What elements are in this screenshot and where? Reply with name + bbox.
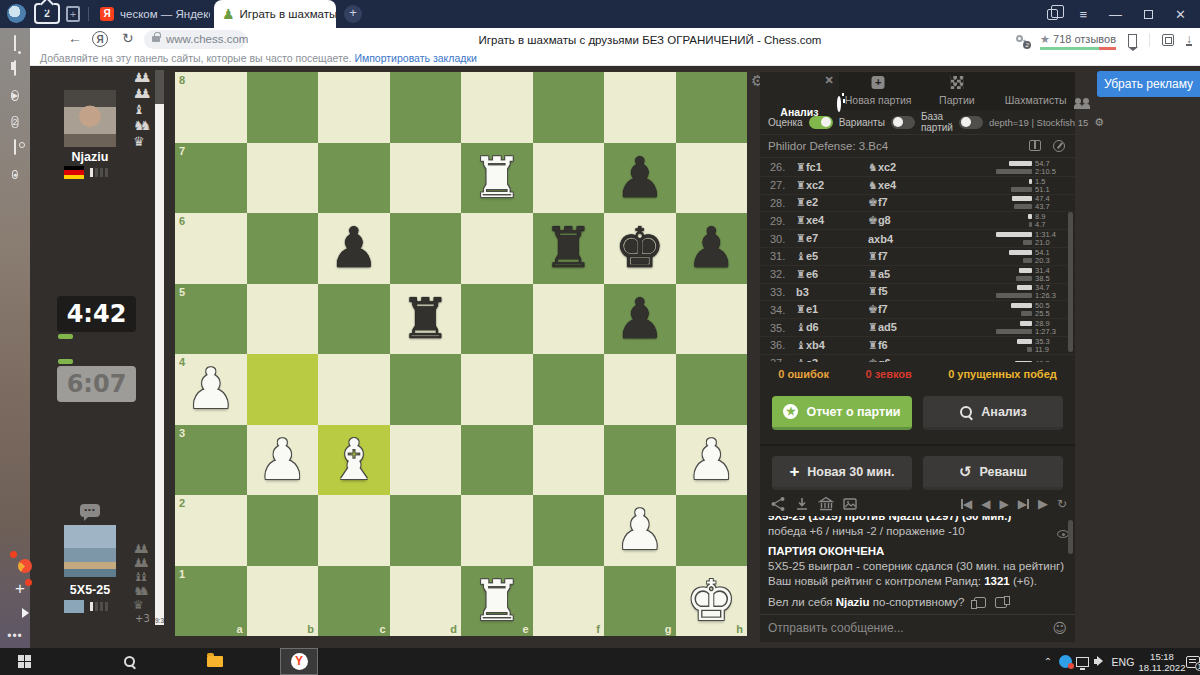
square-c3[interactable]: ♝ — [318, 425, 390, 496]
file-label-c: c — [379, 623, 385, 635]
move-times: 50.525.5 — [989, 302, 1061, 318]
move-list[interactable]: 26.♜fc1♞xc254.72:10.527.♜xc2♞xe41.551.12… — [760, 159, 1075, 362]
browser-toolbar: ← Я ↻ www.chess.com Играть в шахматы с д… — [30, 28, 1200, 52]
scrollbar-thumb[interactable] — [155, 70, 164, 104]
language-indicator[interactable]: ENG — [1108, 648, 1138, 675]
move-row-31[interactable]: 31.♝e5♜f754.120.3 — [760, 248, 1075, 266]
player-name-bottom[interactable]: 5X5-25 — [30, 583, 150, 597]
square-c7[interactable] — [318, 143, 390, 214]
screen: 2 + Я ческом — Яндекс: нашло ♟ Играть в … — [0, 0, 1200, 675]
square-f7[interactable] — [533, 143, 605, 214]
panel-tabs: Анализ ✕ + Новая партия Партии Шахматист… — [760, 72, 1075, 110]
black-pawn-c6[interactable]: ♟ — [318, 213, 390, 284]
square-a5[interactable]: 5 — [175, 284, 247, 355]
chat-scrollbar[interactable] — [1068, 520, 1073, 554]
move-list-scrollbar[interactable] — [1068, 212, 1073, 352]
white-move[interactable]: ♜e6 — [796, 268, 868, 281]
clock-white: 6:07 — [57, 366, 136, 402]
divider — [1149, 33, 1150, 47]
stat-ошибок: 0 ошибок — [778, 368, 829, 380]
square-b2[interactable] — [247, 495, 319, 566]
white-move[interactable]: ♜e7 — [796, 232, 868, 245]
move-times: 47.443.7 — [989, 195, 1061, 211]
tab-analysis[interactable]: Анализ ✕ — [760, 72, 839, 110]
notifications-bell-icon[interactable] — [14, 36, 16, 50]
move-number: 36. — [770, 339, 796, 351]
rematch-icon: ↺ — [959, 463, 972, 481]
clock-indicator-top — [58, 334, 73, 339]
tab-games[interactable]: Партии — [918, 72, 997, 110]
tab-yandex-search[interactable]: Я ческом — Яндекс: нашло — [92, 0, 210, 28]
square-f4[interactable] — [533, 354, 605, 425]
star-icon: ★ — [1040, 33, 1050, 45]
stat-упущенных: 0 упущенных побед — [948, 368, 1057, 380]
move-number: 31. — [770, 250, 796, 262]
tab-chesscom[interactable]: ♟ Играть в шахматы с др ✕ — [214, 0, 336, 28]
bookmarks-bar: Добавляйте на эту панель сайты, которые … — [30, 52, 1200, 66]
square-g8[interactable] — [604, 72, 676, 143]
white-pawn-g2[interactable]: ♟ — [604, 495, 676, 566]
white-move[interactable]: ♝xb4 — [796, 339, 868, 352]
black-move[interactable]: axb4 — [868, 233, 940, 245]
black-pawn-h6[interactable]: ♟ — [676, 213, 748, 284]
game-result: ​5X5-25 выиграл - соперник сдался (30 ми… — [768, 559, 1067, 574]
tab-new-game[interactable]: + Новая партия — [839, 72, 918, 110]
square-e1[interactable]: e♜ — [461, 566, 533, 637]
square-c8[interactable] — [318, 72, 390, 143]
white-pawn-h3[interactable]: ♟ — [676, 425, 748, 496]
clock-black: 4:42 — [57, 296, 136, 332]
white-move[interactable]: ♜xc2 — [796, 179, 868, 192]
sportsmanship-question: Вел ли себя Njaziu по-спортивному? — [768, 595, 1067, 610]
tab-counter-icon[interactable]: 2 — [11, 114, 18, 128]
square-b5[interactable] — [247, 284, 319, 355]
square-d4[interactable] — [390, 354, 462, 425]
move-row-33[interactable]: 33.b3♜f534.71:26.3 — [760, 284, 1075, 302]
move-row-36[interactable]: 36.♝xb4♜f635.311.9 — [760, 337, 1075, 355]
square-c2[interactable] — [318, 495, 390, 566]
square-c5[interactable] — [318, 284, 390, 355]
games-grid-icon — [950, 76, 963, 89]
square-h6[interactable]: ♟ — [676, 213, 748, 284]
black-move[interactable]: ♞xe4 — [868, 179, 940, 192]
white-rook-e7[interactable]: ♜ — [461, 143, 533, 214]
jump-to-start-button[interactable]: ◀ — [961, 497, 972, 511]
move-times: 28.91:27.3 — [989, 320, 1061, 336]
file-explorer-icon[interactable] — [195, 648, 235, 675]
engine-info: depth=19 | Stockfish 15 — [989, 117, 1088, 128]
black-move[interactable]: ♜a5 — [868, 268, 940, 281]
yandex-button[interactable]: Я — [92, 31, 108, 47]
toggle-label-lines: Варианты — [839, 117, 885, 128]
next-move-button[interactable]: ▶ — [999, 497, 1008, 511]
file-label-g: g — [665, 623, 672, 635]
avatar-njaziu[interactable] — [64, 90, 116, 147]
screenshot-camera-icon[interactable] — [14, 140, 16, 154]
close-window-button[interactable]: ✕ — [1175, 7, 1186, 22]
taskbar-clock[interactable]: 15:1818.11.2022 — [1136, 648, 1188, 675]
flip-board-button[interactable]: ↻ — [1057, 497, 1067, 511]
tab-players[interactable]: Шахматисты — [996, 72, 1075, 110]
square-b3[interactable]: ♟ — [247, 425, 319, 496]
square-e3[interactable] — [461, 425, 533, 496]
browser-profile-avatar[interactable] — [7, 4, 26, 23]
jump-to-end-button[interactable]: ▶ — [1018, 497, 1029, 511]
move-times: 31.438.5 — [989, 266, 1061, 282]
black-move[interactable]: ♜f6 — [868, 339, 940, 352]
browser-tabstrip: 2 + Я ческом — Яндекс: нашло ♟ Играть в … — [0, 0, 1200, 28]
explorer-compass-icon[interactable] — [1053, 140, 1065, 152]
move-row-30[interactable]: 30.♜e7axb41:31.421.0 — [760, 230, 1075, 248]
square-g7[interactable]: ♟ — [604, 143, 676, 214]
site-reviews[interactable]: ★ 718 отзывов — [1040, 33, 1116, 48]
remove-ads-button[interactable]: Убрать рекламу — [1097, 71, 1200, 97]
toggle-database[interactable] — [959, 116, 983, 129]
move-row-29[interactable]: 29.♜xe4♚g88.94.7 — [760, 212, 1075, 230]
square-d8[interactable] — [390, 72, 462, 143]
white-move[interactable]: ♝e5 — [796, 250, 868, 263]
move-row-37[interactable]: 37.♝c3♚g640.3 — [760, 355, 1075, 362]
new-tab-button[interactable]: + — [344, 5, 362, 23]
scroll-position-label: 9:3 — [155, 617, 164, 624]
rank-label-8: 8 — [179, 74, 185, 86]
square-a8[interactable]: 8 — [175, 72, 247, 143]
move-number: 28. — [770, 197, 796, 209]
square-f8[interactable] — [533, 72, 605, 143]
new-tab-page-icon[interactable]: + — [66, 6, 80, 22]
black-move[interactable]: ♞xc2 — [868, 161, 940, 174]
stat-зевков: 0 зевков — [866, 368, 912, 380]
home-button[interactable]: 2 — [34, 3, 60, 24]
file-label-a: a — [236, 623, 242, 635]
white-move[interactable]: ♝c3 — [796, 357, 868, 362]
move-times: 54.120.3 — [989, 248, 1061, 264]
chat-bubble-icon[interactable]: ••• — [80, 504, 100, 517]
new-game-button[interactable]: + Новая 30 мин. — [772, 456, 912, 490]
rank-label-3: 3 — [179, 427, 185, 439]
black-king-g6[interactable]: ♚ — [604, 213, 676, 284]
move-number: 27. — [770, 179, 796, 191]
connection-bars-top — [90, 168, 108, 177]
toggle-eval[interactable] — [809, 116, 833, 129]
volume-icon[interactable] — [1090, 648, 1110, 675]
previous-move-button[interactable]: ◀ — [981, 497, 990, 511]
rank-label-7: 7 — [179, 145, 185, 157]
thumbs-down-icon[interactable] — [995, 597, 1007, 608]
white-move[interactable]: ♜xe4 — [796, 214, 868, 227]
toggle-label-database: База партий — [921, 111, 953, 133]
square-f3[interactable] — [533, 425, 605, 496]
taskbar-search-icon[interactable] — [110, 648, 150, 675]
square-h2[interactable] — [676, 495, 748, 566]
square-a7[interactable]: 7 — [175, 143, 247, 214]
move-times: 40.3 — [989, 359, 1061, 362]
square-g2[interactable]: ♟ — [604, 495, 676, 566]
square-f1[interactable]: f — [533, 566, 605, 637]
yandex-favicon: Я — [100, 7, 114, 21]
square-c1[interactable]: c — [318, 566, 390, 637]
start-button[interactable] — [0, 648, 48, 675]
rank-label-6: 6 — [179, 215, 185, 227]
square-b7[interactable] — [247, 143, 319, 214]
sidebar-more-icon[interactable]: ••• — [7, 629, 23, 643]
square-h7[interactable] — [676, 143, 748, 214]
square-e7[interactable]: ♜ — [461, 143, 533, 214]
divider — [760, 444, 1075, 446]
lock-icon — [152, 36, 160, 42]
star-icon: ★ — [783, 404, 798, 419]
move-number: 30. — [770, 233, 796, 245]
home-icon — [40, 0, 54, 11]
file-label-f: f — [596, 623, 600, 635]
square-f5[interactable] — [533, 284, 605, 355]
square-f2[interactable] — [533, 495, 605, 566]
square-a3[interactable]: 3 — [175, 425, 247, 496]
plus-icon: + — [789, 462, 799, 482]
game-report-button[interactable]: ★ Отчет о партии — [772, 396, 912, 430]
move-number: 35. — [770, 322, 796, 334]
white-move[interactable]: ♜e1 — [796, 303, 868, 316]
opening-name-row[interactable]: Philidor Defense: 3.Bc4 — [760, 134, 1075, 158]
white-bishop-c3[interactable]: ♝ — [318, 425, 390, 496]
white-king-h1[interactable]: ♚ — [676, 566, 748, 637]
bookmarks-hint: Добавляйте на эту панель сайты, которые … — [40, 52, 351, 64]
move-times: 54.72:10.5 — [989, 159, 1061, 175]
windows-taskbar: Y ⌃ ENG 15:1818.11.2022 1 — [0, 648, 1200, 675]
black-rook-d5[interactable]: ♜ — [390, 284, 462, 355]
square-e8[interactable] — [461, 72, 533, 143]
move-row-28[interactable]: 28.♜e2♚f747.443.7 — [760, 195, 1075, 213]
move-times: 1:31.421.0 — [989, 231, 1061, 247]
white-move[interactable]: ♜fc1 — [796, 161, 868, 174]
sidebar-add-icon[interactable]: + — [15, 579, 25, 598]
downloads-icon[interactable]: ↓ — [1186, 34, 1192, 46]
shared-tabs-icon[interactable] — [1047, 9, 1058, 20]
square-c6[interactable]: ♟ — [318, 213, 390, 284]
chat-game-header: 5X5-25 (1315) против Njaziu (1297) (30 м… — [768, 516, 1067, 524]
black-pawn-g5[interactable]: ♟ — [604, 284, 676, 355]
square-h4[interactable] — [676, 354, 748, 425]
share-row: ◀ ◀ ▶ ▶ ▶ ↻ — [760, 496, 1075, 514]
minimize-button[interactable]: — — [1109, 7, 1122, 22]
close-panel-icon[interactable]: ✕ — [825, 74, 834, 87]
square-b6[interactable] — [247, 213, 319, 284]
download-pgn-icon[interactable] — [794, 496, 810, 512]
white-move[interactable]: ♜e2 — [796, 196, 868, 209]
square-a2[interactable]: 2 — [175, 495, 247, 566]
history-icon[interactable]: ● — [12, 166, 18, 181]
avatar-5x5-25[interactable] — [64, 525, 116, 577]
game-stats: 0 ошибок0 зевков0 упущенных побед — [760, 368, 1075, 380]
bookmark-icon[interactable] — [1128, 34, 1137, 47]
square-a1[interactable]: 1a — [175, 566, 247, 637]
square-h8[interactable] — [676, 72, 748, 143]
collections-icon[interactable] — [1162, 34, 1174, 46]
page-scrollbar[interactable]: 9:3 — [155, 70, 164, 625]
square-g1[interactable]: g — [604, 566, 676, 637]
move-number: 33. — [770, 286, 796, 298]
game-over-title: ПАРТИЯ ОКОНЧЕНА — [768, 544, 1067, 559]
black-move[interactable]: ♜f7 — [868, 250, 940, 263]
protect-passwords-icon[interactable]: 2 — [1016, 34, 1028, 46]
move-number: 32. — [770, 268, 796, 280]
chess-board[interactable]: 87♜♟6♟♜♚♟5♜♟4♟3♟♝♟2♟1abcde♜fgh♚ — [175, 72, 747, 636]
plus-square-icon: + — [872, 76, 885, 89]
white-pawn-a4[interactable]: ♟ — [175, 354, 247, 425]
square-b4[interactable] — [247, 354, 319, 425]
square-e2[interactable] — [461, 495, 533, 566]
browser-menu-icon[interactable]: ≡ — [1080, 7, 1088, 22]
move-number: 37. — [770, 357, 796, 362]
square-h1[interactable]: h♚ — [676, 566, 748, 637]
square-d3[interactable] — [390, 425, 462, 496]
square-d1[interactable]: d — [390, 566, 462, 637]
address-bar[interactable]: www.chess.com — [144, 30, 246, 49]
yandex-sidebar: ▶ 2 ● + ••• — [0, 28, 30, 648]
analysis-panel: Анализ ✕ + Новая партия Партии Шахматист… — [760, 72, 1075, 642]
move-number: 34. — [770, 304, 796, 316]
new-rating: Ваш новый рейтинг с контролем Рапид: 132… — [768, 574, 1067, 589]
square-e4[interactable] — [461, 354, 533, 425]
white-pawn-b3[interactable]: ♟ — [247, 425, 319, 496]
autoplay-button[interactable]: ▶ — [1038, 496, 1048, 511]
toggle-label-eval: Оценка — [768, 117, 803, 128]
back-button[interactable]: ← — [68, 30, 82, 46]
refresh-button[interactable]: ↻ — [122, 30, 134, 46]
move-row-32[interactable]: 32.♜e6♜a531.438.5 — [760, 266, 1075, 284]
square-b8[interactable] — [247, 72, 319, 143]
chat-area: 5X5-25 (1315) против Njaziu (1297) (30 м… — [760, 516, 1075, 612]
white-move[interactable]: b3 — [796, 286, 868, 298]
image-export-icon[interactable] — [842, 496, 858, 512]
emoji-smiley-icon[interactable]: ☺ — [1052, 615, 1067, 642]
connection-bars-bottom — [90, 602, 108, 611]
square-e6[interactable] — [461, 213, 533, 284]
square-c4[interactable] — [318, 354, 390, 425]
restore-button[interactable] — [1144, 10, 1153, 19]
square-h3[interactable]: ♟ — [676, 425, 748, 496]
square-d6[interactable] — [390, 213, 462, 284]
square-d2[interactable] — [390, 495, 462, 566]
square-b1[interactable]: b — [247, 566, 319, 637]
engine-settings-gear-icon[interactable]: ⚙ — [1094, 116, 1104, 129]
move-number: 26. — [770, 161, 796, 173]
black-move[interactable]: ♚g6 — [868, 357, 940, 362]
opening-book-icon[interactable] — [1029, 140, 1041, 151]
import-bookmarks-link[interactable]: Импортировать закладки — [354, 52, 476, 64]
play-video-icon[interactable]: ▶ — [11, 87, 19, 102]
flag-icon-bottom — [64, 600, 84, 613]
move-row-26[interactable]: 26.♜fc1♞xc254.72:10.5 — [760, 159, 1075, 177]
square-g5[interactable]: ♟ — [604, 284, 676, 355]
chesscom-page: 87♜♟6♟♜♚♟5♜♟4♟3♟♝♟2♟1abcde♜fgh♚ ⚙ Njaziu… — [0, 66, 1200, 648]
rank-label-5: 5 — [179, 286, 185, 298]
square-a4[interactable]: 4♟ — [175, 354, 247, 425]
move-row-34[interactable]: 34.♜e1♚f750.525.5 — [760, 301, 1075, 319]
player-name-top[interactable]: Njaziu — [30, 150, 150, 164]
rematch-button[interactable]: ↺ Реванш — [923, 456, 1063, 490]
black-move[interactable]: ♚g8 — [868, 214, 940, 227]
square-e5[interactable] — [461, 284, 533, 355]
move-row-27[interactable]: 27.♜xc2♞xe41.551.1 — [760, 177, 1075, 195]
network-icon[interactable] — [1072, 648, 1092, 675]
rank-label-1: 1 — [179, 568, 185, 580]
white-move[interactable]: ♝d6 — [796, 321, 868, 334]
square-g4[interactable] — [604, 354, 676, 425]
analysis-button[interactable]: Анализ — [923, 396, 1063, 430]
library-icon[interactable] — [818, 496, 834, 512]
toggle-lines[interactable] — [891, 116, 915, 129]
clock-indicator-bottom — [58, 359, 73, 364]
share-icon[interactable] — [770, 496, 786, 512]
black-pawn-g7[interactable]: ♟ — [604, 143, 676, 214]
square-d5[interactable]: ♜ — [390, 284, 462, 355]
file-label-b: b — [307, 623, 314, 635]
divider — [88, 7, 89, 21]
square-a6[interactable]: 6 — [175, 213, 247, 284]
square-h5[interactable] — [676, 284, 748, 355]
analysis-toggles: Оценка Варианты База партий depth=19 | S… — [760, 110, 1075, 134]
black-move[interactable]: ♜ad5 — [868, 321, 940, 334]
rank-label-2: 2 — [179, 497, 185, 509]
white-rook-e1[interactable]: ♜ — [461, 566, 533, 637]
square-g6[interactable]: ♚ — [604, 213, 676, 284]
black-move[interactable]: ♚f7 — [868, 196, 940, 209]
move-times: 1.551.1 — [989, 177, 1061, 193]
page-title: Играть в шахматы с друзьями БЕЗ ОГРАНИЧЕ… — [270, 28, 1030, 52]
move-times: 35.311.9 — [989, 337, 1061, 353]
yandex-browser-taskbar-icon[interactable]: Y — [280, 648, 318, 675]
chat-input[interactable]: Отправить сообщение... ☺ — [760, 614, 1075, 642]
black-move[interactable]: ♜f5 — [868, 285, 940, 298]
square-f6[interactable]: ♜ — [533, 213, 605, 284]
black-rook-f6[interactable]: ♜ — [533, 213, 605, 284]
move-times: 8.94.7 — [989, 213, 1061, 229]
black-move[interactable]: ♚f7 — [868, 303, 940, 316]
notification-center-icon[interactable]: 1 — [1186, 648, 1200, 675]
sidebar-panels-icon[interactable] — [14, 61, 16, 75]
chat-stakes: победа +6 / ничья -2 / поражение -10 — [768, 524, 1067, 539]
magnifier-icon — [959, 405, 973, 419]
file-label-d: d — [450, 623, 457, 635]
move-row-35[interactable]: 35.♝d6♜ad528.91:27.3 — [760, 319, 1075, 337]
square-g3[interactable] — [604, 425, 676, 496]
square-d7[interactable] — [390, 143, 462, 214]
chess-pawn-favicon: ♟ — [222, 6, 235, 22]
tray-expand-icon[interactable]: ⌃ — [1040, 648, 1056, 675]
move-number: 29. — [770, 215, 796, 227]
thumbs-up-icon[interactable] — [974, 597, 986, 608]
germany-flag-icon — [64, 166, 84, 179]
move-times: 34.71:26.3 — [989, 284, 1061, 300]
